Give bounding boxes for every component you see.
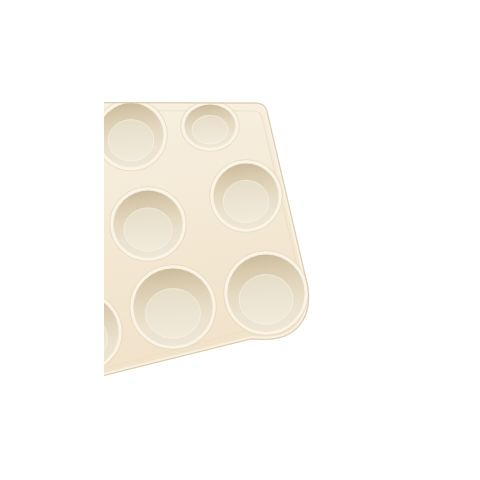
cup-floor bbox=[223, 180, 269, 222]
product-photo bbox=[0, 0, 480, 480]
muffin-pan-photo bbox=[0, 0, 480, 480]
cup-floor bbox=[146, 289, 201, 339]
muffin-cup-row2-left bbox=[110, 187, 186, 261]
cup-floor bbox=[108, 120, 154, 162]
muffin-cup-row3-center bbox=[130, 265, 216, 349]
cup-floor bbox=[239, 275, 293, 325]
muffin-cup-row1-left bbox=[95, 99, 167, 170]
muffin-cup-row1-right bbox=[181, 101, 239, 151]
cup-floor bbox=[192, 115, 228, 144]
cup-floor bbox=[124, 208, 172, 251]
muffin-cup-row2-right bbox=[210, 160, 282, 232]
muffin-cup-row3-right bbox=[224, 251, 308, 335]
